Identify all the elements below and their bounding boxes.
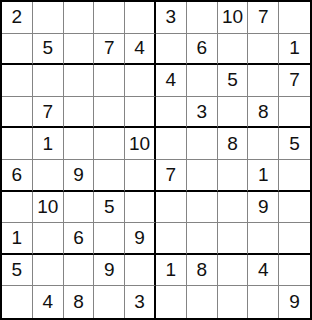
cell-r6c5-empty[interactable] (125, 160, 156, 192)
cell-r5c7-empty[interactable] (187, 128, 218, 160)
cell-r10c5-given[interactable]: 3 (125, 286, 156, 318)
cell-r2c1-empty[interactable] (2, 34, 33, 66)
cell-r5c10-given[interactable]: 5 (279, 128, 310, 160)
cell-r2c7-given[interactable]: 6 (187, 34, 218, 66)
cell-r6c4-empty[interactable] (94, 160, 125, 192)
cell-r5c2-given[interactable]: 1 (33, 128, 64, 160)
cell-r6c10-empty[interactable] (279, 160, 310, 192)
cell-r3c6-given[interactable]: 4 (156, 65, 187, 97)
cell-r3c8-given[interactable]: 5 (218, 65, 249, 97)
cell-r9c2-empty[interactable] (33, 255, 64, 287)
cell-r3c3-empty[interactable] (64, 65, 95, 97)
cell-r9c6-given[interactable]: 1 (156, 255, 187, 287)
cell-r1c3-empty[interactable] (64, 2, 95, 34)
cell-r4c6-empty[interactable] (156, 97, 187, 129)
cell-r3c2-empty[interactable] (33, 65, 64, 97)
cell-r4c4-empty[interactable] (94, 97, 125, 129)
cell-r8c5-given[interactable]: 9 (125, 223, 156, 255)
cell-r8c4-empty[interactable] (94, 223, 125, 255)
cell-r2c4-given[interactable]: 7 (94, 34, 125, 66)
cell-r5c4-empty[interactable] (94, 128, 125, 160)
cell-r6c6-given[interactable]: 7 (156, 160, 187, 192)
cell-r10c9-empty[interactable] (248, 286, 279, 318)
cell-r7c9-given[interactable]: 9 (248, 192, 279, 224)
cell-r1c6-given[interactable]: 3 (156, 2, 187, 34)
cell-r3c1-empty[interactable] (2, 65, 33, 97)
cell-r6c7-empty[interactable] (187, 160, 218, 192)
cell-r3c10-given[interactable]: 7 (279, 65, 310, 97)
cell-r2c2-given[interactable]: 5 (33, 34, 64, 66)
cell-r5c5-given[interactable]: 10 (125, 128, 156, 160)
cell-r8c1-given[interactable]: 1 (2, 223, 33, 255)
cell-r5c6-empty[interactable] (156, 128, 187, 160)
cell-r1c1-given[interactable]: 2 (2, 2, 33, 34)
cell-r7c4-given[interactable]: 5 (94, 192, 125, 224)
cell-r6c8-empty[interactable] (218, 160, 249, 192)
cell-r9c8-empty[interactable] (218, 255, 249, 287)
cell-r3c4-empty[interactable] (94, 65, 125, 97)
cell-r10c2-given[interactable]: 4 (33, 286, 64, 318)
cell-r10c3-given[interactable]: 8 (64, 286, 95, 318)
cell-r8c3-given[interactable]: 6 (64, 223, 95, 255)
cell-r10c8-empty[interactable] (218, 286, 249, 318)
cell-r9c5-empty[interactable] (125, 255, 156, 287)
sudoku-board: 2310757461457738110856971105916959184483… (0, 0, 312, 320)
cell-r1c9-given[interactable]: 7 (248, 2, 279, 34)
cell-r2c3-empty[interactable] (64, 34, 95, 66)
cell-r7c8-empty[interactable] (218, 192, 249, 224)
cell-r4c1-empty[interactable] (2, 97, 33, 129)
cell-r2c10-given[interactable]: 1 (279, 34, 310, 66)
cell-r8c2-empty[interactable] (33, 223, 64, 255)
cell-r5c3-empty[interactable] (64, 128, 95, 160)
cell-r2c5-given[interactable]: 4 (125, 34, 156, 66)
cell-r6c2-empty[interactable] (33, 160, 64, 192)
cell-r4c5-empty[interactable] (125, 97, 156, 129)
cell-r8c7-empty[interactable] (187, 223, 218, 255)
cell-r8c9-empty[interactable] (248, 223, 279, 255)
cell-r1c10-empty[interactable] (279, 2, 310, 34)
cell-r7c5-empty[interactable] (125, 192, 156, 224)
cell-r9c4-given[interactable]: 9 (94, 255, 125, 287)
cell-r1c5-empty[interactable] (125, 2, 156, 34)
cell-r4c10-empty[interactable] (279, 97, 310, 129)
cell-r4c8-empty[interactable] (218, 97, 249, 129)
cell-r8c8-empty[interactable] (218, 223, 249, 255)
cell-r4c7-given[interactable]: 3 (187, 97, 218, 129)
cell-r5c8-given[interactable]: 8 (218, 128, 249, 160)
cell-r9c3-empty[interactable] (64, 255, 95, 287)
cell-r6c9-given[interactable]: 1 (248, 160, 279, 192)
cell-r7c3-empty[interactable] (64, 192, 95, 224)
cell-r9c7-given[interactable]: 8 (187, 255, 218, 287)
cell-r10c7-empty[interactable] (187, 286, 218, 318)
cell-r10c1-empty[interactable] (2, 286, 33, 318)
cell-r5c1-empty[interactable] (2, 128, 33, 160)
cell-r10c6-empty[interactable] (156, 286, 187, 318)
cell-r8c10-empty[interactable] (279, 223, 310, 255)
cell-r1c7-empty[interactable] (187, 2, 218, 34)
cell-r4c3-empty[interactable] (64, 97, 95, 129)
cell-r9c9-given[interactable]: 4 (248, 255, 279, 287)
cell-r2c9-empty[interactable] (248, 34, 279, 66)
cell-r6c3-given[interactable]: 9 (64, 160, 95, 192)
cell-r7c6-empty[interactable] (156, 192, 187, 224)
cell-r7c10-empty[interactable] (279, 192, 310, 224)
cell-r3c7-empty[interactable] (187, 65, 218, 97)
cell-r9c10-empty[interactable] (279, 255, 310, 287)
cell-r1c4-empty[interactable] (94, 2, 125, 34)
cell-r8c6-empty[interactable] (156, 223, 187, 255)
cell-r1c8-given[interactable]: 10 (218, 2, 249, 34)
cell-r6c1-given[interactable]: 6 (2, 160, 33, 192)
cell-r7c2-given[interactable]: 10 (33, 192, 64, 224)
cell-r7c7-empty[interactable] (187, 192, 218, 224)
cell-r3c9-empty[interactable] (248, 65, 279, 97)
cell-r1c2-empty[interactable] (33, 2, 64, 34)
cell-r2c8-empty[interactable] (218, 34, 249, 66)
cell-r2c6-empty[interactable] (156, 34, 187, 66)
cell-r3c5-empty[interactable] (125, 65, 156, 97)
cell-r10c4-empty[interactable] (94, 286, 125, 318)
cell-r4c2-given[interactable]: 7 (33, 97, 64, 129)
cell-r7c1-empty[interactable] (2, 192, 33, 224)
cell-r9c1-given[interactable]: 5 (2, 255, 33, 287)
cell-r4c9-given[interactable]: 8 (248, 97, 279, 129)
cell-r10c10-given[interactable]: 9 (279, 286, 310, 318)
cell-r5c9-empty[interactable] (248, 128, 279, 160)
